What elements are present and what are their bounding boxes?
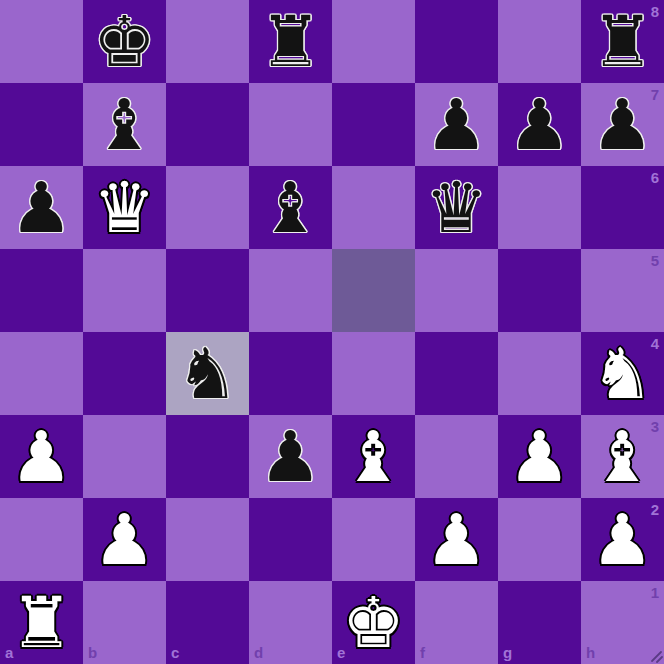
square-f5[interactable] (415, 249, 498, 332)
square-f3[interactable] (415, 415, 498, 498)
board-resize-handle-icon[interactable] (649, 649, 663, 663)
white-knight-h4[interactable]: ♞ (581, 332, 664, 415)
square-f6[interactable]: ♛ (415, 166, 498, 249)
file-label-h: h (586, 644, 595, 661)
square-a5[interactable] (0, 249, 83, 332)
rank-label-5: 5 (651, 252, 659, 269)
square-c2[interactable] (166, 498, 249, 581)
black-pawn-g7[interactable]: ♟ (498, 83, 581, 166)
square-c8[interactable] (166, 0, 249, 83)
square-e3[interactable]: ♝ (332, 415, 415, 498)
white-pawn-h2[interactable]: ♟ (581, 498, 664, 581)
square-c1[interactable]: c (166, 581, 249, 664)
black-king-b8[interactable]: ♚ (83, 0, 166, 83)
file-label-c: c (171, 644, 179, 661)
white-pawn-b2[interactable]: ♟ (83, 498, 166, 581)
white-bishop-e3[interactable]: ♝ (332, 415, 415, 498)
square-c4[interactable]: ♞ (166, 332, 249, 415)
square-a2[interactable] (0, 498, 83, 581)
white-pawn-g3[interactable]: ♟ (498, 415, 581, 498)
square-d6[interactable]: ♝ (249, 166, 332, 249)
black-pawn-f7[interactable]: ♟ (415, 83, 498, 166)
square-g4[interactable] (498, 332, 581, 415)
square-a1[interactable]: a♜ (0, 581, 83, 664)
square-h2[interactable]: 2♟ (581, 498, 664, 581)
white-bishop-h3[interactable]: ♝ (581, 415, 664, 498)
white-rook-a1[interactable]: ♜ (0, 581, 83, 664)
square-a8[interactable] (0, 0, 83, 83)
square-f7[interactable]: ♟ (415, 83, 498, 166)
square-e4[interactable] (332, 332, 415, 415)
square-d1[interactable]: d (249, 581, 332, 664)
file-label-g: g (503, 644, 512, 661)
square-b2[interactable]: ♟ (83, 498, 166, 581)
black-rook-d8[interactable]: ♜ (249, 0, 332, 83)
chess-board: ♚♜8♜♝♟♟7♟♟♛♝♛65♞4♞♟♟♝♟3♝♟♟2♟a♜bcde♚fg1h (0, 0, 664, 664)
square-f4[interactable] (415, 332, 498, 415)
black-pawn-d3[interactable]: ♟ (249, 415, 332, 498)
square-d4[interactable] (249, 332, 332, 415)
square-c3[interactable] (166, 415, 249, 498)
black-rook-h8[interactable]: ♜ (581, 0, 664, 83)
white-pawn-f2[interactable]: ♟ (415, 498, 498, 581)
square-b4[interactable] (83, 332, 166, 415)
square-g8[interactable] (498, 0, 581, 83)
file-label-b: b (88, 644, 97, 661)
square-h6[interactable]: 6 (581, 166, 664, 249)
file-label-f: f (420, 644, 425, 661)
square-e6[interactable] (332, 166, 415, 249)
square-h5[interactable]: 5 (581, 249, 664, 332)
square-a3[interactable]: ♟ (0, 415, 83, 498)
square-d5[interactable] (249, 249, 332, 332)
black-pawn-h7[interactable]: ♟ (581, 83, 664, 166)
white-king-e1[interactable]: ♚ (332, 581, 415, 664)
square-e1[interactable]: e♚ (332, 581, 415, 664)
square-b1[interactable]: b (83, 581, 166, 664)
square-e8[interactable] (332, 0, 415, 83)
square-h8[interactable]: 8♜ (581, 0, 664, 83)
black-pawn-a6[interactable]: ♟ (0, 166, 83, 249)
square-h7[interactable]: 7♟ (581, 83, 664, 166)
square-g2[interactable] (498, 498, 581, 581)
square-g3[interactable]: ♟ (498, 415, 581, 498)
square-h3[interactable]: 3♝ (581, 415, 664, 498)
square-b5[interactable] (83, 249, 166, 332)
black-knight-c4[interactable]: ♞ (166, 332, 249, 415)
square-c7[interactable] (166, 83, 249, 166)
black-bishop-b7[interactable]: ♝ (83, 83, 166, 166)
square-f1[interactable]: f (415, 581, 498, 664)
square-d2[interactable] (249, 498, 332, 581)
square-g5[interactable] (498, 249, 581, 332)
white-pawn-a3[interactable]: ♟ (0, 415, 83, 498)
square-b8[interactable]: ♚ (83, 0, 166, 83)
file-label-d: d (254, 644, 263, 661)
square-c6[interactable] (166, 166, 249, 249)
black-queen-f6[interactable]: ♛ (415, 166, 498, 249)
square-b7[interactable]: ♝ (83, 83, 166, 166)
square-h4[interactable]: 4♞ (581, 332, 664, 415)
square-e2[interactable] (332, 498, 415, 581)
rank-label-1: 1 (651, 584, 659, 601)
square-a4[interactable] (0, 332, 83, 415)
square-f8[interactable] (415, 0, 498, 83)
square-b6[interactable]: ♛ (83, 166, 166, 249)
square-f2[interactable]: ♟ (415, 498, 498, 581)
square-d8[interactable]: ♜ (249, 0, 332, 83)
square-d7[interactable] (249, 83, 332, 166)
square-e7[interactable] (332, 83, 415, 166)
square-e5[interactable] (332, 249, 415, 332)
square-b3[interactable] (83, 415, 166, 498)
square-a7[interactable] (0, 83, 83, 166)
white-queen-b6[interactable]: ♛ (83, 166, 166, 249)
square-g6[interactable] (498, 166, 581, 249)
square-g7[interactable]: ♟ (498, 83, 581, 166)
square-a6[interactable]: ♟ (0, 166, 83, 249)
square-g1[interactable]: g (498, 581, 581, 664)
black-bishop-d6[interactable]: ♝ (249, 166, 332, 249)
square-c5[interactable] (166, 249, 249, 332)
square-d3[interactable]: ♟ (249, 415, 332, 498)
rank-label-6: 6 (651, 169, 659, 186)
